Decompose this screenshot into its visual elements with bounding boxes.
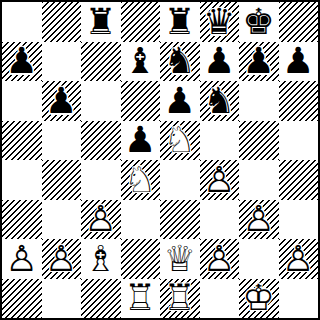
piece-white-queen-e2[interactable]: ♛♕ <box>160 239 200 279</box>
piece-glyph-solid: ♞ <box>160 42 200 82</box>
square-c4[interactable] <box>81 160 121 200</box>
piece-black-pawn-d5[interactable]: ♟ <box>121 121 161 161</box>
piece-black-pawn-h7[interactable]: ♟ <box>279 42 319 82</box>
square-g2[interactable] <box>239 239 279 279</box>
square-b7[interactable] <box>42 42 82 82</box>
piece-white-pawn-b2[interactable]: ♟♙ <box>42 239 82 279</box>
chess-board: ♜♜♛♚♟♝♞♟♟♟♟♟♞♟♞♘♞♘♟♙♟♙♟♙♟♙♟♙♝♗♛♕♟♙♟♙♜♖♜♖… <box>0 0 320 320</box>
piece-black-bishop-d7[interactable]: ♝ <box>121 42 161 82</box>
square-d5[interactable]: ♟ <box>121 121 161 161</box>
piece-black-pawn-b6[interactable]: ♟ <box>42 81 82 121</box>
square-b2[interactable]: ♟♙ <box>42 239 82 279</box>
square-a5[interactable] <box>2 121 42 161</box>
piece-black-pawn-a7[interactable]: ♟ <box>2 42 42 82</box>
piece-glyph-outline: ♙ <box>42 239 82 279</box>
square-e2[interactable]: ♛♕ <box>160 239 200 279</box>
piece-glyph-outline: ♔ <box>239 279 279 319</box>
piece-glyph-outline: ♘ <box>160 121 200 161</box>
piece-glyph-outline: ♖ <box>121 279 161 319</box>
piece-white-knight-e5[interactable]: ♞♘ <box>160 121 200 161</box>
square-a8[interactable] <box>2 2 42 42</box>
square-g4[interactable] <box>239 160 279 200</box>
square-c2[interactable]: ♝♗ <box>81 239 121 279</box>
piece-glyph-outline: ♙ <box>200 160 240 200</box>
piece-white-knight-d4[interactable]: ♞♘ <box>121 160 161 200</box>
square-b5[interactable] <box>42 121 82 161</box>
square-f7[interactable]: ♟ <box>200 42 240 82</box>
square-g8[interactable]: ♚ <box>239 2 279 42</box>
piece-white-rook-e1[interactable]: ♜♖ <box>160 279 200 319</box>
square-d2[interactable] <box>121 239 161 279</box>
piece-glyph-solid: ♟ <box>239 42 279 82</box>
piece-white-pawn-f2[interactable]: ♟♙ <box>200 239 240 279</box>
piece-glyph-solid: ♟ <box>42 81 82 121</box>
piece-white-bishop-c2[interactable]: ♝♗ <box>81 239 121 279</box>
piece-white-king-g1[interactable]: ♚♔ <box>239 279 279 319</box>
square-g3[interactable]: ♟♙ <box>239 200 279 240</box>
square-b4[interactable] <box>42 160 82 200</box>
square-h2[interactable]: ♟♙ <box>279 239 319 279</box>
square-e6[interactable]: ♟ <box>160 81 200 121</box>
square-h8[interactable] <box>279 2 319 42</box>
square-f3[interactable] <box>200 200 240 240</box>
piece-black-pawn-g7[interactable]: ♟ <box>239 42 279 82</box>
square-e4[interactable] <box>160 160 200 200</box>
piece-glyph-outline: ♕ <box>160 239 200 279</box>
piece-black-pawn-f7[interactable]: ♟ <box>200 42 240 82</box>
square-e1[interactable]: ♜♖ <box>160 279 200 319</box>
piece-glyph-solid: ♛ <box>200 2 240 42</box>
piece-glyph-solid: ♟ <box>2 42 42 82</box>
square-f6[interactable]: ♞ <box>200 81 240 121</box>
piece-glyph-outline: ♙ <box>200 239 240 279</box>
piece-white-pawn-a2[interactable]: ♟♙ <box>2 239 42 279</box>
piece-glyph-outline: ♘ <box>121 160 161 200</box>
piece-glyph-solid: ♝ <box>121 42 161 82</box>
square-a6[interactable] <box>2 81 42 121</box>
piece-white-pawn-f4[interactable]: ♟♙ <box>200 160 240 200</box>
square-e8[interactable]: ♜ <box>160 2 200 42</box>
square-d3[interactable] <box>121 200 161 240</box>
square-d6[interactable] <box>121 81 161 121</box>
piece-glyph-solid: ♜ <box>81 2 121 42</box>
piece-black-rook-c8[interactable]: ♜ <box>81 2 121 42</box>
piece-black-rook-e8[interactable]: ♜ <box>160 2 200 42</box>
square-b6[interactable]: ♟ <box>42 81 82 121</box>
square-e5[interactable]: ♞♘ <box>160 121 200 161</box>
piece-glyph-solid: ♟ <box>279 42 319 82</box>
square-e3[interactable] <box>160 200 200 240</box>
square-e7[interactable]: ♞ <box>160 42 200 82</box>
piece-glyph-solid: ♞ <box>200 81 240 121</box>
piece-black-knight-e7[interactable]: ♞ <box>160 42 200 82</box>
square-g6[interactable] <box>239 81 279 121</box>
square-d8[interactable] <box>121 2 161 42</box>
square-a3[interactable] <box>2 200 42 240</box>
square-c6[interactable] <box>81 81 121 121</box>
piece-glyph-outline: ♙ <box>279 239 319 279</box>
square-a2[interactable]: ♟♙ <box>2 239 42 279</box>
piece-white-pawn-c3[interactable]: ♟♙ <box>81 200 121 240</box>
square-d1[interactable]: ♜♖ <box>121 279 161 319</box>
square-c5[interactable] <box>81 121 121 161</box>
piece-black-knight-f6[interactable]: ♞ <box>200 81 240 121</box>
square-f1[interactable] <box>200 279 240 319</box>
square-d7[interactable]: ♝ <box>121 42 161 82</box>
square-a7[interactable]: ♟ <box>2 42 42 82</box>
square-f8[interactable]: ♛ <box>200 2 240 42</box>
square-c7[interactable] <box>81 42 121 82</box>
piece-glyph-outline: ♗ <box>81 239 121 279</box>
piece-black-queen-f8[interactable]: ♛ <box>200 2 240 42</box>
piece-glyph-outline: ♖ <box>160 279 200 319</box>
piece-glyph-solid: ♜ <box>160 2 200 42</box>
piece-white-pawn-h2[interactable]: ♟♙ <box>279 239 319 279</box>
square-h4[interactable] <box>279 160 319 200</box>
square-b1[interactable] <box>42 279 82 319</box>
square-d4[interactable]: ♞♘ <box>121 160 161 200</box>
square-h3[interactable] <box>279 200 319 240</box>
square-h6[interactable] <box>279 81 319 121</box>
square-g5[interactable] <box>239 121 279 161</box>
square-f2[interactable]: ♟♙ <box>200 239 240 279</box>
piece-black-pawn-e6[interactable]: ♟ <box>160 81 200 121</box>
piece-glyph-outline: ♙ <box>81 200 121 240</box>
square-a1[interactable] <box>2 279 42 319</box>
square-a4[interactable] <box>2 160 42 200</box>
chess-board-window: ♜♜♛♚♟♝♞♟♟♟♟♟♞♟♞♘♞♘♟♙♟♙♟♙♟♙♟♙♝♗♛♕♟♙♟♙♜♖♜♖… <box>0 0 320 320</box>
square-b3[interactable] <box>42 200 82 240</box>
piece-glyph-solid: ♟ <box>121 121 161 161</box>
piece-glyph-solid: ♟ <box>200 42 240 82</box>
square-f4[interactable]: ♟♙ <box>200 160 240 200</box>
square-c8[interactable]: ♜ <box>81 2 121 42</box>
square-f5[interactable] <box>200 121 240 161</box>
square-b8[interactable] <box>42 2 82 42</box>
square-c3[interactable]: ♟♙ <box>81 200 121 240</box>
square-h1[interactable] <box>279 279 319 319</box>
square-g7[interactable]: ♟ <box>239 42 279 82</box>
piece-white-rook-d1[interactable]: ♜♖ <box>121 279 161 319</box>
piece-glyph-outline: ♙ <box>239 200 279 240</box>
piece-white-pawn-g3[interactable]: ♟♙ <box>239 200 279 240</box>
square-g1[interactable]: ♚♔ <box>239 279 279 319</box>
piece-glyph-solid: ♟ <box>160 81 200 121</box>
piece-black-king-g8[interactable]: ♚ <box>239 2 279 42</box>
square-h7[interactable]: ♟ <box>279 42 319 82</box>
piece-glyph-solid: ♚ <box>239 2 279 42</box>
piece-glyph-outline: ♙ <box>2 239 42 279</box>
square-c1[interactable] <box>81 279 121 319</box>
square-h5[interactable] <box>279 121 319 161</box>
